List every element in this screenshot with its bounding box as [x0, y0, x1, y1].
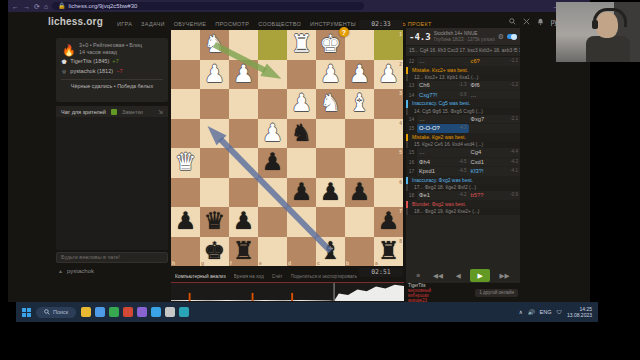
lock-icon: 🔒 [58, 2, 66, 10]
engine-on-toggle[interactable] [507, 34, 517, 39]
lichess-logo[interactable]: lichess.org [48, 16, 103, 27]
player-line[interactable]: ♚TigerTits (1845)+7 [61, 58, 163, 66]
chat-resize-icon[interactable]: ⇲ [158, 108, 163, 115]
move-row: 14Сxg7?!-0.9… [406, 91, 520, 101]
variation-line[interactable]: 12... Кxc2+ 13. Крb1 Кxa1 (...) [406, 74, 520, 81]
taskbar-app-icon[interactable] [95, 307, 105, 317]
address-bar[interactable]: 🔒 lichess.org/9jvq2c5bw#30 [52, 2, 364, 10]
move[interactable]: Сxd1-4.3 [469, 158, 521, 167]
move[interactable]: O-O-O?-4.3 [417, 124, 469, 133]
taskbar-app-icon[interactable] [109, 307, 119, 317]
engine-settings-gear-icon[interactable]: ⚙ [498, 33, 504, 41]
move-row: 15O-O-O?-4.3 [406, 124, 520, 134]
engine-info: Stockfish 14+ NNUE Глубина 18/23 · 1375k… [434, 31, 495, 42]
chat-messages[interactable] [56, 117, 168, 250]
nav-item[interactable]: ИНСТРУМЕНТЫ [310, 21, 356, 27]
nav-item[interactable]: ЗАДАЧИ [141, 21, 165, 27]
white-pawn: ♟ [316, 60, 345, 90]
browser-window: ← → ⟳ ⌂ 🔒 lichess.org/9jvq2c5bw#30 – ▢ ✕… [8, 0, 590, 302]
move-row: 12…c6?-1.1 [406, 57, 520, 67]
engine-header: -4.3 Stockfish 14+ NNUE Глубина 18/23 · … [406, 28, 520, 46]
taskbar-app-icon[interactable] [123, 307, 133, 317]
analysis-comment: Mistake. Кxc2+ was best. [406, 67, 520, 75]
square-d5[interactable] [287, 148, 316, 178]
move-number: 14 [406, 115, 417, 124]
streamer-webcam [556, 2, 640, 62]
square-e6[interactable] [258, 178, 287, 208]
square-c7[interactable] [316, 207, 345, 237]
nav-first-button[interactable]: ◀◀ [430, 270, 446, 281]
square-c2[interactable]: ♟ [316, 60, 345, 90]
engine-depth: Глубина 18/23 · 1375k узлов/с [434, 37, 495, 43]
system-tray: ∧ 🔊 ENG 🛡 14:25 13.08.2023 [519, 306, 592, 318]
square-b2[interactable]: ♟ [345, 60, 374, 90]
white-pawn: ♟ [200, 60, 229, 90]
square-e5[interactable]: ♟ [258, 148, 287, 178]
square-d8[interactable]: d [287, 237, 316, 267]
white-pawn: ♟ [287, 89, 316, 119]
move-number: 12 [406, 57, 417, 66]
square-d1[interactable]: ♜ [287, 30, 316, 60]
square-h5[interactable]: ♛ [171, 148, 200, 178]
black-queen: ♛ [200, 207, 229, 237]
black-pawn: ♟ [258, 148, 287, 178]
move-nav-toolbar: ≡◀◀◀▶▶▶ [406, 268, 520, 283]
white-piece-icon: ♚ [61, 58, 67, 65]
game-setup: 3+0 • Рейтинговая • Блиц [79, 42, 163, 49]
windows-taskbar: Поиск ∧ 🔊 ENG 🛡 14:25 13.08.2023 [16, 302, 598, 322]
move-row: 17Крxd1-4.5Кf3?!-4.1 [406, 167, 520, 177]
square-g1[interactable]: ♞ [200, 30, 229, 60]
player-list: ♚TigerTits (1845)+7♚pystachok (1812)−7 [61, 58, 163, 75]
white-queen: ♛ [171, 148, 200, 178]
nav-item[interactable]: ПРОСМОТР [215, 21, 249, 27]
square-b3[interactable]: ♝ [345, 89, 374, 119]
white-pawn: ♟ [345, 60, 374, 90]
square-f5[interactable] [229, 148, 258, 178]
square-h1[interactable] [171, 30, 200, 60]
spectator-list: TigerTitsверховныйкибершахмираж23 1 друг… [406, 283, 520, 302]
square-d4[interactable]: ♞ [287, 119, 316, 149]
video-frame: ← → ⟳ ⌂ 🔒 lichess.org/9jvq2c5bw#30 – ▢ ✕… [0, 0, 640, 360]
analysis-comment: Mistake. Кge2 was best. [406, 134, 520, 142]
square-h4[interactable] [171, 119, 200, 149]
blitz-flame-icon: 🔥 [62, 44, 76, 57]
move[interactable]: b5??-0.9 [469, 191, 521, 200]
variation-line[interactable]: 14. Сg5 Фg6 15. Фxg6 Сxg6 (...) [406, 108, 520, 115]
move-number: 15 [406, 148, 417, 157]
webcam-headphones [593, 8, 627, 27]
square-f7[interactable]: ♟ [229, 207, 258, 237]
square-e7[interactable] [258, 207, 287, 237]
square-b1[interactable] [345, 30, 374, 60]
tab-spectator-chat[interactable]: Чат для зрителей [61, 109, 106, 115]
taskbar-app-icon[interactable] [151, 307, 161, 317]
browser-toolbar: ← → ⟳ ⌂ 🔒 lichess.org/9jvq2c5bw#30 – ▢ ✕ [8, 0, 590, 12]
reload-icon[interactable]: ⟳ [34, 3, 40, 10]
move-row: 14…Фxg7-2.1 [406, 115, 520, 125]
black-pawn: ♟ [345, 178, 374, 208]
move-number: 13 [406, 81, 417, 90]
move[interactable]: Фxg7-2.1 [469, 115, 521, 124]
square-c3[interactable]: ♞ [316, 89, 345, 119]
square-f4[interactable] [229, 119, 258, 149]
variation-line[interactable]: 18... Фxg2 19. Кge2 Кxe2+ (...) [406, 208, 520, 215]
square-h3[interactable] [171, 89, 200, 119]
tab-notes[interactable]: Заметки [122, 109, 143, 115]
move[interactable]: Сh6-1.3 [417, 81, 469, 90]
nav-item[interactable]: ИГРА [117, 21, 132, 27]
square-g4[interactable] [200, 119, 229, 149]
square-g8[interactable]: ♚g [200, 237, 229, 267]
webcam-headphone-earcup [592, 20, 598, 29]
black-pawn: ♟ [229, 207, 258, 237]
move-row: 16Фh4-4.5Сxd1-4.3 [406, 158, 520, 168]
square-f3[interactable] [229, 89, 258, 119]
square-a1[interactable]: 1 [374, 30, 403, 60]
chess-board: ♞♜♚1♟♟♟♟♟2♟♞♝3♟♞4♛♟5♟♟♟6♟♛♟♟7h♚g♜fed♝cb♜… [171, 30, 403, 266]
chat-tabs: Чат для зрителей Заметки ⇲ [56, 106, 168, 117]
square-c4[interactable] [316, 119, 345, 149]
move[interactable]: … [417, 57, 469, 66]
black-bishop: ♝ [316, 237, 345, 267]
white-pawn: ♟ [229, 60, 258, 90]
tray-clock[interactable]: 14:25 13.08.2023 [567, 306, 592, 318]
variation-line[interactable]: 17... Фxg2 18. Кge2 Фxf2 (...) [406, 184, 520, 191]
move[interactable]: … [417, 115, 469, 124]
white-pawn: ♟ [258, 119, 287, 149]
square-c8[interactable]: ♝c [316, 237, 345, 267]
white-bishop: ♝ [345, 89, 374, 119]
square-b4[interactable] [345, 119, 374, 149]
friends-online-button[interactable]: 1 другой онлайн [475, 289, 518, 297]
square-e1[interactable] [258, 30, 287, 60]
notification-bell-icon[interactable] [537, 18, 544, 25]
taskbar-app-icon[interactable] [137, 307, 147, 317]
game-result: Чёрные сдались • Победа белых [61, 79, 163, 89]
back-icon[interactable]: ← [12, 3, 19, 10]
square-a8[interactable]: ♜8a [374, 237, 403, 267]
board-grid: ♞♜♚1♟♟♟♟♟2♟♞♝3♟♞4♛♟5♟♟♟6♟♛♟♟7h♚g♜fed♝cb♜… [171, 30, 403, 266]
move[interactable]: Крxd1-4.5 [417, 167, 469, 176]
nav-item[interactable]: ОБУЧЕНИЕ [174, 21, 207, 27]
tray-language[interactable]: ENG [540, 309, 552, 315]
underboard-tab[interactable]: Счёт [272, 274, 283, 279]
move-number: 17 [406, 167, 417, 176]
pinned-apps [81, 307, 189, 317]
square-g2[interactable]: ♟ [200, 60, 229, 90]
engine-eval: -4.3 [409, 32, 431, 42]
square-d6[interactable]: ♟ [287, 178, 316, 208]
analysis-comment: Inaccuracy. Сg5 was best. [406, 100, 520, 108]
underboard-tab[interactable]: Поделиться и экспортировать [291, 274, 358, 279]
nav-next-play-button[interactable]: ▶ [470, 269, 489, 282]
analysis-panel: -4.3 Stockfish 14+ NNUE Глубина 18/23 · … [406, 28, 520, 268]
black-pawn: ♟ [374, 207, 403, 237]
home-icon[interactable]: ⌂ [44, 3, 48, 10]
square-g3[interactable] [200, 89, 229, 119]
move[interactable]: Фe1-4.2 [417, 191, 469, 200]
taskbar-search[interactable]: Поиск [36, 307, 76, 318]
square-g7[interactable]: ♛ [200, 207, 229, 237]
square-c6[interactable]: ♟ [316, 178, 345, 208]
square-b7[interactable] [345, 207, 374, 237]
square-g5[interactable] [200, 148, 229, 178]
underboard-tab[interactable]: Время на ход [234, 274, 264, 279]
square-a6[interactable]: 6 [374, 178, 403, 208]
square-a7[interactable]: ♟7 [374, 207, 403, 237]
white-knight: ♞ [316, 89, 345, 119]
chat-input[interactable]: Будьте вежливы в чате! [56, 252, 168, 263]
tray-shield-icon[interactable]: 🛡 [556, 309, 562, 315]
square-b6[interactable]: ♟ [345, 178, 374, 208]
square-e2[interactable] [258, 60, 287, 90]
chat-toggle[interactable] [111, 109, 117, 115]
move-row: 13Сh6-1.3Фf6-1.2 [406, 81, 520, 91]
challenge-swords-icon[interactable] [523, 18, 530, 25]
underboard-tabs: Компьютерный анализВремя на ходСчётПодел… [171, 270, 404, 283]
player-caret-icon: ▲ [58, 268, 63, 274]
white-knight: ♞ [200, 30, 229, 60]
move-number: 16 [406, 158, 417, 167]
move[interactable]: Сg4-4.4 [469, 148, 521, 157]
square-g6[interactable] [200, 178, 229, 208]
square-f8[interactable]: ♜f [229, 237, 258, 267]
nav-menu-button[interactable]: ≡ [413, 270, 423, 281]
black-king: ♚ [200, 237, 229, 267]
move[interactable]: Сxg7?!-0.9 [417, 91, 469, 100]
analysis-comment: Blunder. Фxg2 was best. [406, 201, 520, 209]
taskbar-app-icon[interactable] [179, 307, 189, 317]
variation-line[interactable]: 15. Кge2 Сe6 16. Кxd4 exd4 (...) [406, 141, 520, 148]
move[interactable]: … [417, 148, 469, 157]
black-pawn: ♟ [316, 178, 345, 208]
game-date: 14 часов назад [79, 49, 163, 56]
square-a3[interactable]: 3 [374, 89, 403, 119]
move-row: 15…Сg4-4.4 [406, 148, 520, 158]
square-h6[interactable] [171, 178, 200, 208]
eval-graph[interactable] [171, 283, 404, 301]
move-row: 18Фe1-4.2b5??-0.9 [406, 191, 520, 201]
move[interactable]: … [469, 91, 521, 100]
chat-footer-user[interactable]: ▲ pystachok [58, 268, 94, 274]
nav-item[interactable]: СООБЩЕСТВО [258, 21, 301, 27]
square-h7[interactable]: ♟ [171, 207, 200, 237]
square-d3[interactable]: ♟ [287, 89, 316, 119]
player-line[interactable]: ♚pystachok (1812)−7 [61, 68, 163, 76]
square-d2[interactable] [287, 60, 316, 90]
square-h8[interactable]: h [171, 237, 200, 267]
white-pawn: ♟ [374, 60, 403, 90]
underboard-tab[interactable]: Компьютерный анализ [175, 274, 226, 279]
move[interactable]: Кf3?!-4.1 [469, 167, 521, 176]
engine-pv-line[interactable]: 15... Сg4 16. Кh3 Сxc3 17. bxc3 Кxb3+ 18… [406, 46, 520, 57]
square-f6[interactable] [229, 178, 258, 208]
nav-last-button[interactable]: ▶▶ [497, 270, 513, 281]
square-d7[interactable] [287, 207, 316, 237]
move[interactable]: Фh4-4.5 [417, 158, 469, 167]
black-pawn: ♟ [171, 207, 200, 237]
square-b5[interactable] [345, 148, 374, 178]
start-button[interactable] [22, 308, 31, 317]
tray-chevron-icon[interactable]: ∧ [519, 309, 523, 315]
black-rook: ♜ [229, 237, 258, 267]
white-rook: ♜ [287, 30, 316, 60]
forward-icon[interactable]: → [23, 3, 30, 10]
nav-prev-button[interactable]: ◀ [453, 270, 464, 281]
black-pawn: ♟ [287, 178, 316, 208]
mistake-badge: ? [339, 27, 349, 37]
square-f2[interactable]: ♟ [229, 60, 258, 90]
square-h2[interactable] [171, 60, 200, 90]
analysis-comment: Inaccuracy. Фxg2 was best. [406, 177, 520, 185]
move[interactable] [469, 124, 521, 133]
square-e8[interactable]: e [258, 237, 287, 267]
square-e4[interactable]: ♟ [258, 119, 287, 149]
taskbar-app-icon[interactable] [165, 307, 175, 317]
move-list: 12…c6?-1.1Mistake. Кxc2+ was best.12... … [406, 57, 520, 253]
move-number: 18 [406, 191, 417, 200]
move-number: 14 [406, 91, 417, 100]
white-clock: 02:33 [359, 20, 403, 29]
square-a2[interactable]: ♟2 [374, 60, 403, 90]
black-piece-icon: ♚ [61, 68, 67, 75]
webcam-person-body [586, 36, 630, 62]
square-f1[interactable] [229, 30, 258, 60]
square-b8[interactable]: b [345, 237, 374, 267]
square-a5[interactable]: 5 [374, 148, 403, 178]
game-info-box: 🔥 3+0 • Рейтинговая • Блиц 14 часов наза… [56, 38, 168, 102]
move-number: 15 [406, 124, 417, 133]
taskbar-app-icon[interactable] [81, 307, 91, 317]
search-icon [44, 309, 50, 315]
square-c5[interactable] [316, 148, 345, 178]
black-knight: ♞ [287, 119, 316, 149]
square-a4[interactable]: 4 [374, 119, 403, 149]
square-e3[interactable] [258, 89, 287, 119]
search-icon[interactable] [509, 18, 516, 25]
url-text: lichess.org/9jvq2c5bw#30 [69, 2, 138, 10]
tray-volume-icon[interactable]: 🔊 [528, 309, 535, 315]
move[interactable]: c6?-1.1 [469, 57, 521, 66]
black-rook: ♜ [374, 237, 403, 267]
move[interactable]: Фf6-1.2 [469, 81, 521, 90]
